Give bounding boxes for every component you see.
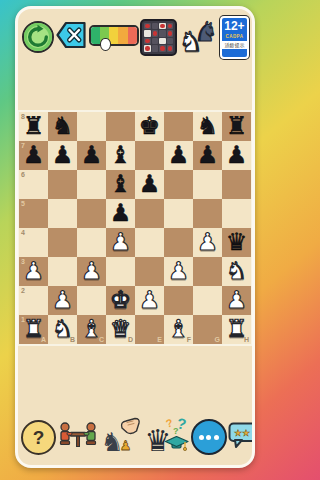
square-g8[interactable]: ♞ xyxy=(193,112,222,141)
board-area: 8♜♞♚♞♜7♟♟♟♝♟♟♟6♝♟5♟4♟♟♛3♟♟♟♞2♟♚♟♟1A♜B♞C♝… xyxy=(17,110,253,346)
square-b3[interactable] xyxy=(48,257,77,286)
file-label-g: G xyxy=(215,336,220,343)
square-f6[interactable] xyxy=(164,170,193,199)
age-badge: 12+ CADPA 适龄提示 xyxy=(220,16,249,59)
black-knight[interactable]: ♞ xyxy=(52,114,74,138)
square-b2[interactable]: ♟ xyxy=(48,286,77,315)
square-c6[interactable] xyxy=(77,170,106,199)
white-king[interactable]: ♚ xyxy=(110,288,132,312)
graduation-cap-icon xyxy=(165,436,189,456)
square-h5[interactable] xyxy=(222,199,251,228)
square-b5[interactable] xyxy=(48,199,77,228)
two-knights-icon: ♞ ♞ xyxy=(179,18,219,56)
restart-icon xyxy=(21,20,55,54)
square-f4[interactable] xyxy=(164,228,193,257)
two-player-button[interactable] xyxy=(57,420,99,454)
square-a3[interactable]: 3♟ xyxy=(19,257,48,286)
square-e4[interactable] xyxy=(135,228,164,257)
black-bishop[interactable]: ♝ xyxy=(110,143,132,167)
square-h1[interactable]: H♜ xyxy=(222,315,251,344)
white-knight-icon: ♞ xyxy=(179,28,203,55)
hand-icon xyxy=(118,416,142,441)
black-pawn[interactable]: ♟ xyxy=(139,172,161,196)
age-rating-text: 12+ xyxy=(224,18,244,35)
black-queen[interactable]: ♛ xyxy=(226,230,248,254)
square-a8[interactable]: 8♜ xyxy=(19,112,48,141)
white-pawn[interactable]: ♟ xyxy=(197,230,219,254)
threat-cell xyxy=(167,45,174,52)
threat-cell xyxy=(144,23,151,30)
difficulty-meter[interactable] xyxy=(89,29,139,45)
threat-cell xyxy=(159,23,166,30)
square-a6[interactable]: 6 xyxy=(19,170,48,199)
rank-label-6: 6 xyxy=(21,171,25,178)
square-b8[interactable]: ♞ xyxy=(48,112,77,141)
square-e3[interactable] xyxy=(135,257,164,286)
square-e5[interactable] xyxy=(135,199,164,228)
question-mark-icon: ? xyxy=(173,427,179,436)
learn-button[interactable]: ♛ ? ? ? xyxy=(142,418,190,456)
square-f2[interactable] xyxy=(164,286,193,315)
square-e2[interactable]: ♟ xyxy=(135,286,164,315)
square-a7[interactable]: 7♟ xyxy=(19,141,48,170)
bottom-toolbar: ? ♞ ♟ xyxy=(18,415,252,459)
square-e6[interactable]: ♟ xyxy=(135,170,164,199)
square-c3[interactable]: ♟ xyxy=(77,257,106,286)
square-c1[interactable]: C♝ xyxy=(77,315,106,344)
square-a5[interactable]: 5 xyxy=(19,199,48,228)
square-h8[interactable]: ♜ xyxy=(222,112,251,141)
square-e8[interactable]: ♚ xyxy=(135,112,164,141)
white-rook[interactable]: ♜ xyxy=(226,317,248,341)
threat-cell xyxy=(159,30,166,37)
square-a4[interactable]: 4 xyxy=(19,228,48,257)
square-g7[interactable]: ♟ xyxy=(193,141,222,170)
square-h7[interactable]: ♟ xyxy=(222,141,251,170)
black-pawn[interactable]: ♟ xyxy=(81,143,103,167)
white-bishop[interactable]: ♝ xyxy=(168,317,190,341)
square-g1[interactable]: G xyxy=(193,315,222,344)
white-pawn[interactable]: ♟ xyxy=(81,259,103,283)
close-button[interactable] xyxy=(56,21,87,53)
square-g6[interactable] xyxy=(193,170,222,199)
white-pawn[interactable]: ♟ xyxy=(52,288,74,312)
square-g3[interactable] xyxy=(193,257,222,286)
square-b7[interactable]: ♟ xyxy=(48,141,77,170)
star-bubble-icon: ★★ xyxy=(228,422,255,453)
square-c2[interactable] xyxy=(77,286,106,315)
threat-board-button[interactable] xyxy=(140,19,177,56)
rank-label-2: 2 xyxy=(21,287,25,294)
black-rook[interactable]: ♜ xyxy=(23,114,45,138)
black-king[interactable]: ♚ xyxy=(139,114,161,138)
rate-button[interactable]: ★★ xyxy=(228,422,255,453)
square-c5[interactable] xyxy=(77,199,106,228)
square-f7[interactable]: ♟ xyxy=(164,141,193,170)
square-d3[interactable] xyxy=(106,257,135,286)
more-options-button[interactable] xyxy=(191,419,227,455)
difficulty-segment-4 xyxy=(118,27,127,44)
black-bishop[interactable]: ♝ xyxy=(110,172,132,196)
white-rook[interactable]: ♜ xyxy=(23,317,45,341)
difficulty-thumb[interactable] xyxy=(100,38,111,51)
threat-cell xyxy=(144,30,151,37)
threat-cell xyxy=(152,23,159,30)
close-icon xyxy=(56,21,87,53)
threat-cell xyxy=(167,23,174,30)
black-pawn[interactable]: ♟ xyxy=(110,201,132,225)
ellipsis-icon xyxy=(199,435,219,440)
black-pawn[interactable]: ♟ xyxy=(52,143,74,167)
square-b1[interactable]: B♞ xyxy=(48,315,77,344)
square-d5[interactable]: ♟ xyxy=(106,199,135,228)
difficulty-segment-1 xyxy=(91,27,100,44)
square-g2[interactable] xyxy=(193,286,222,315)
square-d6[interactable]: ♝ xyxy=(106,170,135,199)
threat-cell xyxy=(159,45,166,52)
threat-cell xyxy=(144,45,151,52)
square-d2[interactable]: ♚ xyxy=(106,286,135,315)
square-f5[interactable] xyxy=(164,199,193,228)
age-rating-label: 适龄提示 xyxy=(222,41,247,50)
white-queen[interactable]: ♛ xyxy=(110,317,132,341)
top-toolbar: ♞ ♞ 12+ CADPA 适龄提示 xyxy=(18,14,252,60)
board: 8♜♞♚♞♜7♟♟♟♝♟♟♟6♝♟5♟4♟♟♛3♟♟♟♞2♟♚♟♟1A♜B♞C♝… xyxy=(17,110,253,346)
help-button[interactable]: ? xyxy=(21,420,56,455)
square-h6[interactable] xyxy=(222,170,251,199)
difficulty-bar xyxy=(89,25,139,46)
square-f3[interactable]: ♟ xyxy=(164,257,193,286)
threat-cell xyxy=(152,38,159,45)
square-e7[interactable] xyxy=(135,141,164,170)
threat-cell xyxy=(159,38,166,45)
question-mark-icon: ? xyxy=(33,428,45,447)
white-knight[interactable]: ♞ xyxy=(226,259,248,283)
black-rook[interactable]: ♜ xyxy=(226,114,248,138)
two-players-icon xyxy=(57,420,99,454)
rank-label-4: 4 xyxy=(21,229,25,236)
white-pawn[interactable]: ♟ xyxy=(23,259,45,283)
rank-label-5: 5 xyxy=(21,200,25,207)
square-b6[interactable] xyxy=(48,170,77,199)
square-b4[interactable] xyxy=(48,228,77,257)
white-pawn[interactable]: ♟ xyxy=(168,259,190,283)
white-bishop[interactable]: ♝ xyxy=(81,317,103,341)
square-g4[interactable]: ♟ xyxy=(193,228,222,257)
file-label-e: E xyxy=(157,336,162,343)
black-knight[interactable]: ♞ xyxy=(197,114,219,138)
square-c4[interactable] xyxy=(77,228,106,257)
switch-sides-button[interactable]: ♞ ♞ xyxy=(179,18,219,56)
white-pawn[interactable]: ♟ xyxy=(226,288,248,312)
black-pawn[interactable]: ♟ xyxy=(23,143,45,167)
threat-board-icon xyxy=(140,19,177,56)
threat-cell xyxy=(152,45,159,52)
move-piece-button[interactable]: ♞ ♟ xyxy=(100,419,140,455)
threat-cell xyxy=(167,30,174,37)
black-pawn[interactable]: ♟ xyxy=(226,143,248,167)
age-rating-org: CADPA xyxy=(226,34,244,39)
white-pawn[interactable]: ♟ xyxy=(110,230,132,254)
square-c7[interactable]: ♟ xyxy=(77,141,106,170)
white-pawn[interactable]: ♟ xyxy=(139,288,161,312)
difficulty-slider[interactable] xyxy=(89,25,139,45)
age-rating-badge: 12+ CADPA 适龄提示 xyxy=(220,16,249,59)
square-g5[interactable] xyxy=(193,199,222,228)
square-c8[interactable] xyxy=(77,112,106,141)
square-a1[interactable]: 1A♜ xyxy=(19,315,48,344)
square-d1[interactable]: D♛ xyxy=(106,315,135,344)
threat-cell xyxy=(144,38,151,45)
square-e1[interactable]: E xyxy=(135,315,164,344)
square-f1[interactable]: F♝ xyxy=(164,315,193,344)
app-panel: ♞ ♞ 12+ CADPA 适龄提示 8♜♞♚♞♜7♟♟♟♝♟♟♟6♝♟5♟4♟… xyxy=(15,6,255,468)
square-h2[interactable]: ♟ xyxy=(222,286,251,315)
threat-cell xyxy=(152,30,159,37)
square-f8[interactable] xyxy=(164,112,193,141)
black-pawn[interactable]: ♟ xyxy=(168,143,190,167)
restart-button[interactable] xyxy=(21,20,55,54)
square-a2[interactable]: 2 xyxy=(19,286,48,315)
threat-cell xyxy=(167,38,174,45)
black-pawn[interactable]: ♟ xyxy=(197,143,219,167)
svg-text:★★: ★★ xyxy=(234,428,250,438)
difficulty-segment-5 xyxy=(128,27,137,44)
square-h3[interactable]: ♞ xyxy=(222,257,251,286)
square-d7[interactable]: ♝ xyxy=(106,141,135,170)
square-d4[interactable]: ♟ xyxy=(106,228,135,257)
white-knight[interactable]: ♞ xyxy=(52,317,74,341)
square-d8[interactable] xyxy=(106,112,135,141)
square-h4[interactable]: ♛ xyxy=(222,228,251,257)
